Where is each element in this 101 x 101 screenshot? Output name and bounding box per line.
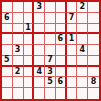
- cell-r4c1[interactable]: [2, 34, 13, 45]
- cell-r9c2[interactable]: [13, 88, 24, 99]
- cell-r7c1[interactable]: [2, 67, 13, 78]
- cell-r4c3[interactable]: [24, 34, 35, 45]
- cell-r9c7[interactable]: [67, 88, 78, 99]
- cell-r4c7[interactable]: 1: [67, 34, 78, 45]
- cell-r7c6[interactable]: [56, 67, 67, 78]
- cell-r4c5[interactable]: [45, 34, 56, 45]
- cell-r4c8[interactable]: [77, 34, 88, 45]
- cell-r7c7[interactable]: [67, 67, 78, 78]
- cell-r3c6[interactable]: [56, 24, 67, 35]
- cell-r6c6[interactable]: [56, 56, 67, 67]
- cell-r1c1[interactable]: [2, 2, 13, 13]
- cell-r7c3[interactable]: [24, 67, 35, 78]
- cell-r6c3[interactable]: [24, 56, 35, 67]
- cell-r5c2[interactable]: 3: [13, 45, 24, 56]
- cell-r5c5[interactable]: [45, 45, 56, 56]
- cell-r5c3[interactable]: [24, 45, 35, 56]
- cell-r5c1[interactable]: [2, 45, 13, 56]
- cell-r5c9[interactable]: [88, 45, 99, 56]
- cell-r3c8[interactable]: [77, 24, 88, 35]
- cell-r9c8[interactable]: [77, 88, 88, 99]
- cell-r9c9[interactable]: [88, 88, 99, 99]
- cell-r6c4[interactable]: [34, 56, 45, 67]
- sudoku-board: 32671613457243568: [0, 0, 101, 101]
- cell-r8c7[interactable]: [67, 77, 78, 88]
- cell-r8c3[interactable]: [24, 77, 35, 88]
- cell-r7c4[interactable]: 4: [34, 67, 45, 78]
- cell-r3c2[interactable]: [13, 24, 24, 35]
- cell-r8c6[interactable]: 6: [56, 77, 67, 88]
- cell-r1c3[interactable]: [24, 2, 35, 13]
- cell-r1c9[interactable]: [88, 2, 99, 13]
- cell-r3c7[interactable]: [67, 24, 78, 35]
- cell-r3c4[interactable]: [34, 24, 45, 35]
- cell-r8c2[interactable]: [13, 77, 24, 88]
- cell-r4c9[interactable]: [88, 34, 99, 45]
- cell-r7c5[interactable]: 3: [45, 67, 56, 78]
- cell-r9c4[interactable]: [34, 88, 45, 99]
- cell-r6c9[interactable]: [88, 56, 99, 67]
- cell-r6c7[interactable]: [67, 56, 78, 67]
- cell-r4c6[interactable]: 6: [56, 34, 67, 45]
- cell-r3c5[interactable]: [45, 24, 56, 35]
- cell-r7c9[interactable]: [88, 67, 99, 78]
- cell-r2c9[interactable]: [88, 13, 99, 24]
- cell-r5c6[interactable]: [56, 45, 67, 56]
- cell-r6c5[interactable]: 7: [45, 56, 56, 67]
- cell-r9c3[interactable]: [24, 88, 35, 99]
- cell-r7c8[interactable]: [77, 67, 88, 78]
- cell-r2c3[interactable]: [24, 13, 35, 24]
- cell-r8c5[interactable]: 5: [45, 77, 56, 88]
- cell-r1c8[interactable]: 2: [77, 2, 88, 13]
- cell-r2c7[interactable]: 7: [67, 13, 78, 24]
- cell-r4c4[interactable]: [34, 34, 45, 45]
- cell-r3c3[interactable]: 1: [24, 24, 35, 35]
- cell-r2c2[interactable]: [13, 13, 24, 24]
- cell-r1c6[interactable]: [56, 2, 67, 13]
- cell-r8c8[interactable]: [77, 77, 88, 88]
- cell-r3c1[interactable]: [2, 24, 13, 35]
- cell-r9c1[interactable]: [2, 88, 13, 99]
- cell-r1c2[interactable]: [13, 2, 24, 13]
- cell-r4c2[interactable]: [13, 34, 24, 45]
- cell-r6c1[interactable]: 5: [2, 56, 13, 67]
- cell-r8c4[interactable]: [34, 77, 45, 88]
- cell-r2c6[interactable]: [56, 13, 67, 24]
- cell-r6c2[interactable]: [13, 56, 24, 67]
- cell-r5c8[interactable]: 4: [77, 45, 88, 56]
- cell-r1c5[interactable]: [45, 2, 56, 13]
- cell-r2c5[interactable]: [45, 13, 56, 24]
- cell-r9c6[interactable]: [56, 88, 67, 99]
- cell-r2c4[interactable]: [34, 13, 45, 24]
- cell-r6c8[interactable]: [77, 56, 88, 67]
- cell-r8c1[interactable]: [2, 77, 13, 88]
- cell-r7c2[interactable]: 2: [13, 67, 24, 78]
- cell-r2c8[interactable]: [77, 13, 88, 24]
- cell-r9c5[interactable]: [45, 88, 56, 99]
- cell-r3c9[interactable]: [88, 24, 99, 35]
- cell-r5c4[interactable]: [34, 45, 45, 56]
- cell-r2c1[interactable]: 6: [2, 13, 13, 24]
- cell-r8c9[interactable]: 8: [88, 77, 99, 88]
- cell-r1c7[interactable]: [67, 2, 78, 13]
- cell-r1c4[interactable]: 3: [34, 2, 45, 13]
- cell-r5c7[interactable]: [67, 45, 78, 56]
